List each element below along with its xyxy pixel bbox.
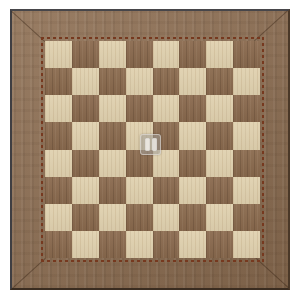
square-h3[interactable] — [233, 177, 260, 204]
square-e2[interactable] — [153, 204, 180, 231]
square-b5[interactable] — [72, 122, 99, 149]
square-c7[interactable] — [99, 68, 126, 95]
inlay-stitch-right — [262, 37, 264, 262]
inlay-stitch-left — [41, 37, 43, 262]
inlay-stitch-bottom — [41, 260, 264, 262]
pause-bar-icon — [152, 138, 157, 151]
frame-miter-seam — [11, 11, 45, 42]
square-h8[interactable] — [233, 41, 260, 68]
square-c1[interactable] — [99, 231, 126, 258]
square-c3[interactable] — [99, 177, 126, 204]
square-c4[interactable] — [99, 150, 126, 177]
square-f8[interactable] — [179, 41, 206, 68]
frame-miter-seam — [255, 257, 289, 288]
square-b7[interactable] — [72, 68, 99, 95]
square-h7[interactable] — [233, 68, 260, 95]
square-a8[interactable] — [45, 41, 72, 68]
pause-bar-icon — [145, 138, 150, 151]
square-g2[interactable] — [206, 204, 233, 231]
square-d3[interactable] — [126, 177, 153, 204]
square-c8[interactable] — [99, 41, 126, 68]
square-g5[interactable] — [206, 122, 233, 149]
square-c6[interactable] — [99, 95, 126, 122]
square-b2[interactable] — [72, 204, 99, 231]
frame-miter-seam — [254, 10, 288, 41]
square-b1[interactable] — [72, 231, 99, 258]
square-b8[interactable] — [72, 41, 99, 68]
square-a1[interactable] — [45, 231, 72, 258]
square-f3[interactable] — [179, 177, 206, 204]
square-g7[interactable] — [206, 68, 233, 95]
square-a5[interactable] — [45, 122, 72, 149]
square-e6[interactable] — [153, 95, 180, 122]
square-g8[interactable] — [206, 41, 233, 68]
square-e3[interactable] — [153, 177, 180, 204]
square-d2[interactable] — [126, 204, 153, 231]
frame-miter-seam — [12, 258, 46, 289]
inlay-stitch-top — [41, 37, 264, 39]
square-f7[interactable] — [179, 68, 206, 95]
square-f1[interactable] — [179, 231, 206, 258]
square-a4[interactable] — [45, 150, 72, 177]
square-b4[interactable] — [72, 150, 99, 177]
square-g3[interactable] — [206, 177, 233, 204]
square-d8[interactable] — [126, 41, 153, 68]
square-f6[interactable] — [179, 95, 206, 122]
square-a3[interactable] — [45, 177, 72, 204]
square-e7[interactable] — [153, 68, 180, 95]
square-h5[interactable] — [233, 122, 260, 149]
pause-badge-icon[interactable] — [140, 134, 161, 155]
square-a6[interactable] — [45, 95, 72, 122]
square-f5[interactable] — [179, 122, 206, 149]
square-f4[interactable] — [179, 150, 206, 177]
square-e1[interactable] — [153, 231, 180, 258]
square-g4[interactable] — [206, 150, 233, 177]
square-h6[interactable] — [233, 95, 260, 122]
square-c5[interactable] — [99, 122, 126, 149]
chessboard-product-photo — [0, 0, 299, 300]
square-g6[interactable] — [206, 95, 233, 122]
square-a2[interactable] — [45, 204, 72, 231]
square-f2[interactable] — [179, 204, 206, 231]
square-a7[interactable] — [45, 68, 72, 95]
square-d1[interactable] — [126, 231, 153, 258]
square-h1[interactable] — [233, 231, 260, 258]
square-d7[interactable] — [126, 68, 153, 95]
square-c2[interactable] — [99, 204, 126, 231]
square-d6[interactable] — [126, 95, 153, 122]
square-h2[interactable] — [233, 204, 260, 231]
square-b3[interactable] — [72, 177, 99, 204]
square-e8[interactable] — [153, 41, 180, 68]
square-h4[interactable] — [233, 150, 260, 177]
square-g1[interactable] — [206, 231, 233, 258]
square-b6[interactable] — [72, 95, 99, 122]
